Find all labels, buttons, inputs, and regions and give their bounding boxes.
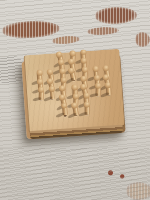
grain-streak-patch [0, 56, 24, 84]
board-cell [36, 111, 48, 120]
board-cell [81, 108, 93, 117]
paint-worn-speck [104, 168, 130, 180]
wooden-peg[interactable] [85, 103, 90, 114]
paint-worn-patch [52, 35, 81, 45]
wooden-peg[interactable] [95, 85, 100, 96]
wooden-peg[interactable] [106, 84, 111, 95]
paint-worn-patch [135, 32, 150, 47]
paint-worn-patch [126, 182, 150, 200]
wooden-peg[interactable] [62, 105, 67, 116]
table-surface [0, 0, 150, 200]
paint-worn-patch [95, 6, 138, 24]
paint-worn-patch [87, 26, 119, 36]
solitaire-board [23, 49, 124, 133]
wood-grain-streaks [0, 148, 150, 200]
peg-grid [33, 54, 116, 120]
board-cell [104, 106, 116, 115]
wooden-peg[interactable] [49, 88, 54, 99]
board-cell [93, 107, 105, 116]
paint-worn-patch [2, 19, 61, 39]
